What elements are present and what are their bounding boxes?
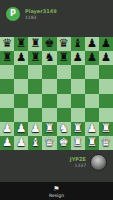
square-a6[interactable] [0,65,14,79]
square-h7[interactable]: ♟ [99,51,113,65]
white-pawn-piece: ♟ [16,137,26,149]
white-queen-piece: ♛ [44,137,54,149]
black-pawn-piece: ♟ [16,52,26,64]
black-king-piece: ♚ [44,38,54,50]
square-a3[interactable] [0,108,14,122]
square-e8[interactable]: ♛ [57,37,71,51]
square-h5[interactable] [99,79,113,93]
top-player-info: Player3149 1183 [25,8,57,20]
square-h6[interactable] [99,65,113,79]
square-c3[interactable] [28,108,42,122]
black-rook-piece: ♜ [58,52,68,64]
resign-button[interactable]: ⚑ Resign [49,185,64,198]
white-rook-piece: ♜ [73,123,83,135]
square-a5[interactable] [0,79,14,93]
white-bishop-piece: ♝ [30,137,40,149]
black-rook-piece: ♜ [30,38,40,50]
bottom-player-info: JYPZE 1237 [70,156,86,168]
square-a7[interactable]: ♜ [0,51,14,65]
square-c4[interactable] [28,94,42,108]
black-rook-piece: ♜ [2,52,12,64]
top-player-rating: 1183 [25,15,57,20]
bottom-player-rating: 1237 [75,163,86,168]
square-g5[interactable] [85,79,99,93]
square-d8[interactable]: ♚ [42,37,56,51]
square-d4[interactable] [42,94,56,108]
black-pawn-piece: ♟ [87,38,97,50]
white-rook-piece: ♜ [87,137,97,149]
square-g8[interactable]: ♟ [85,37,99,51]
bottom-player-name: JYPZE [70,156,86,162]
square-h3[interactable] [99,108,113,122]
square-e4[interactable] [57,94,71,108]
square-c6[interactable] [28,65,42,79]
square-d2[interactable]: ♜ [42,122,56,136]
white-pawn-piece: ♟ [87,123,97,135]
square-g7[interactable]: ♟ [85,51,99,65]
flag-icon: ⚑ [53,185,59,192]
square-e3[interactable] [57,108,71,122]
square-a1[interactable]: ♟ [0,136,14,150]
square-f1[interactable]: ♜ [71,136,85,150]
bottom-nav: ⚑ Resign [0,182,113,200]
square-e5[interactable] [57,79,71,93]
square-g3[interactable] [85,108,99,122]
square-a2[interactable]: ♟ [0,122,14,136]
square-e7[interactable]: ♜ [57,51,71,65]
square-d6[interactable] [42,65,56,79]
black-rook-piece: ♜ [30,52,40,64]
white-rook-piece: ♜ [101,123,111,135]
square-f4[interactable] [71,94,85,108]
square-b1[interactable]: ♟ [14,136,28,150]
white-king-piece: ♚ [58,137,68,149]
square-d3[interactable] [42,108,56,122]
square-b2[interactable]: ♟ [14,122,28,136]
chess-board[interactable]: ♛♜♜♚♛♝♟♟♜♟♜♞♜♟♟♟♟♟♟♜♞♜♟♜♟♟♝♛♚♜♜♛ [0,37,113,150]
square-h2[interactable]: ♜ [99,122,113,136]
white-rook-piece: ♜ [73,137,83,149]
black-bishop-piece: ♝ [73,38,83,50]
square-h1[interactable]: ♛ [99,136,113,150]
bottom-player-avatar[interactable] [90,154,107,171]
black-queen-piece: ♛ [58,38,68,50]
square-c5[interactable] [28,79,42,93]
square-e6[interactable] [57,65,71,79]
bottom-player-bar: JYPZE 1237 [0,150,113,182]
square-d1[interactable]: ♛ [42,136,56,150]
square-c8[interactable]: ♜ [28,37,42,51]
white-rook-piece: ♜ [44,123,54,135]
black-pawn-piece: ♟ [73,52,83,64]
square-f6[interactable] [71,65,85,79]
square-b5[interactable] [14,79,28,93]
top-player-avatar[interactable]: P [6,7,20,21]
resign-label: Resign [49,193,64,198]
square-f2[interactable]: ♜ [71,122,85,136]
black-pawn-piece: ♟ [87,52,97,64]
square-e2[interactable]: ♞ [57,122,71,136]
white-pawn-piece: ♟ [16,123,26,135]
black-pawn-piece: ♟ [101,38,111,50]
square-h8[interactable]: ♟ [99,37,113,51]
square-h4[interactable] [99,94,113,108]
square-a8[interactable]: ♛ [0,37,14,51]
square-g4[interactable] [85,94,99,108]
square-f8[interactable]: ♝ [71,37,85,51]
square-c1[interactable]: ♝ [28,136,42,150]
white-pawn-piece: ♟ [2,123,12,135]
black-knight-piece: ♞ [44,52,54,64]
square-f7[interactable]: ♟ [71,51,85,65]
black-rook-piece: ♜ [16,38,26,50]
top-player-name: Player3149 [25,8,57,14]
square-b7[interactable]: ♟ [14,51,28,65]
square-b4[interactable] [14,94,28,108]
square-b6[interactable] [14,65,28,79]
square-f3[interactable] [71,108,85,122]
square-g1[interactable]: ♜ [85,136,99,150]
square-d7[interactable]: ♞ [42,51,56,65]
square-f5[interactable] [71,79,85,93]
black-pawn-piece: ♟ [101,52,111,64]
square-b8[interactable]: ♜ [14,37,28,51]
square-d5[interactable] [42,79,56,93]
square-g2[interactable]: ♟ [85,122,99,136]
white-pawn-piece: ♟ [2,137,12,149]
square-g6[interactable] [85,65,99,79]
white-queen-piece: ♛ [101,137,111,149]
square-e1[interactable]: ♚ [57,136,71,150]
square-b3[interactable] [14,108,28,122]
white-pawn-piece: ♟ [30,123,40,135]
square-c2[interactable]: ♟ [28,122,42,136]
black-queen-piece: ♛ [2,38,12,50]
square-a4[interactable] [0,94,14,108]
square-c7[interactable]: ♜ [28,51,42,65]
top-player-bar: P Player3149 1183 [0,0,113,37]
white-knight-piece: ♞ [58,123,68,135]
